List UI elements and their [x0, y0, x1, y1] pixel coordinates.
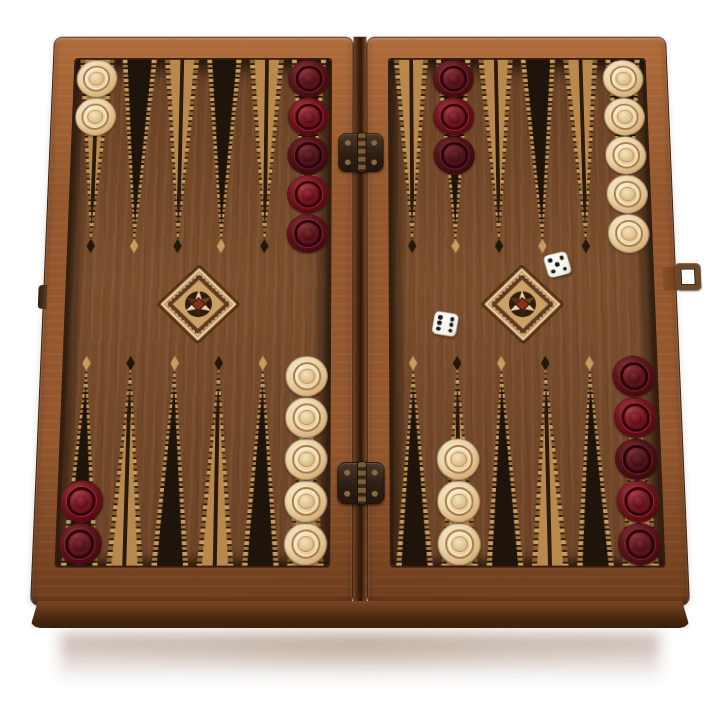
checker-black[interactable]	[434, 136, 476, 175]
checker-stack-13	[601, 60, 651, 258]
points-row-top-right	[390, 60, 652, 258]
checker-stack-10	[523, 351, 573, 565]
latch-buckle-icon	[662, 263, 702, 294]
checker-black[interactable]	[59, 480, 104, 522]
point-cell-7	[391, 351, 437, 565]
checker-black[interactable]	[613, 397, 657, 438]
medallion-face	[496, 280, 548, 329]
checker-black[interactable]	[616, 480, 661, 522]
checker-white[interactable]	[437, 438, 481, 480]
checker-stack-12	[611, 351, 663, 565]
checker-black[interactable]	[615, 438, 660, 480]
point-cell-24	[69, 60, 119, 258]
medallion-left	[157, 266, 239, 344]
case-front-edge	[30, 601, 690, 628]
point-cell-15	[517, 60, 565, 258]
point-cell-14	[559, 60, 608, 258]
points-row-bottom-left	[57, 351, 329, 565]
checker-stack-6	[283, 351, 329, 565]
checker-white[interactable]	[437, 523, 481, 566]
point-cell-12	[611, 351, 663, 565]
checker-black[interactable]	[433, 98, 475, 136]
buckle-loop	[675, 263, 702, 290]
point-cell-5	[238, 351, 285, 565]
checker-white[interactable]	[284, 480, 328, 522]
checker-white[interactable]	[285, 356, 328, 397]
checker-stack-19	[286, 60, 330, 258]
medallion-right	[481, 266, 563, 344]
checker-stack-15	[517, 60, 565, 258]
hinge-knuckle	[357, 132, 366, 172]
checker-stack-14	[559, 60, 608, 258]
checker-stack-23	[112, 60, 161, 258]
point-cell-13	[601, 60, 651, 258]
point-cell-16	[474, 60, 521, 258]
checker-stack-20	[242, 60, 287, 258]
checker-stack-17	[432, 60, 477, 258]
point-cell-21	[199, 60, 246, 258]
checker-white[interactable]	[605, 136, 648, 175]
checker-black[interactable]	[287, 136, 329, 175]
checker-white[interactable]	[284, 438, 327, 480]
center-seam	[353, 37, 367, 606]
checker-stack-21	[199, 60, 246, 258]
points-row-top-left	[69, 60, 331, 258]
checker-stack-5	[238, 351, 285, 565]
checker-black[interactable]	[288, 98, 330, 136]
backgammon-board	[30, 37, 690, 606]
checker-black[interactable]	[433, 60, 475, 98]
hinge-knuckle	[357, 461, 367, 505]
checker-white[interactable]	[607, 214, 650, 254]
table-reflection	[60, 632, 660, 694]
board-half-left	[30, 37, 354, 606]
point-cell-18	[390, 60, 434, 258]
field-right	[390, 60, 664, 566]
point-cell-3	[147, 351, 197, 565]
checker-black[interactable]	[287, 175, 329, 214]
checker-black[interactable]	[617, 523, 662, 566]
checker-black[interactable]	[288, 60, 329, 98]
point-cell-1	[57, 351, 109, 565]
checker-black[interactable]	[57, 523, 102, 566]
hinge-top-icon	[338, 133, 383, 172]
point-cell-6	[283, 351, 329, 565]
latch-pin-icon	[38, 285, 48, 309]
point-cell-4	[192, 351, 241, 565]
point-cell-22	[156, 60, 204, 258]
field-left	[57, 60, 331, 566]
checker-stack-24	[69, 60, 119, 258]
checker-stack-11	[567, 351, 618, 565]
point-cell-11	[567, 351, 618, 565]
board-half-right	[366, 37, 690, 606]
point-cell-19	[286, 60, 330, 258]
points-row-bottom-right	[391, 351, 663, 565]
checker-stack-1	[57, 351, 109, 565]
checker-white[interactable]	[603, 98, 646, 136]
checker-stack-16	[474, 60, 521, 258]
hinge-bottom-icon	[337, 462, 384, 504]
medallion-face	[172, 280, 224, 329]
checker-black[interactable]	[612, 356, 656, 397]
checker-white[interactable]	[74, 98, 117, 136]
checker-stack-22	[156, 60, 204, 258]
checker-stack-2	[102, 351, 153, 565]
point-cell-10	[523, 351, 573, 565]
checker-stack-3	[147, 351, 197, 565]
checker-stack-8	[435, 351, 482, 565]
checker-white[interactable]	[76, 60, 118, 98]
photo-scene	[0, 0, 720, 720]
point-cell-17	[432, 60, 477, 258]
checker-black[interactable]	[287, 214, 329, 254]
checker-stack-9	[479, 351, 528, 565]
checker-stack-4	[192, 351, 241, 565]
checker-white[interactable]	[284, 523, 328, 566]
point-cell-23	[112, 60, 161, 258]
checker-white[interactable]	[285, 397, 328, 438]
checker-white[interactable]	[437, 480, 481, 522]
checker-stack-18	[390, 60, 434, 258]
checker-stack-7	[391, 351, 437, 565]
checker-white[interactable]	[606, 175, 649, 214]
point-cell-8	[435, 351, 482, 565]
checker-white[interactable]	[602, 60, 644, 98]
point-cell-9	[479, 351, 528, 565]
board-wrap	[30, 0, 690, 606]
point-cell-2	[102, 351, 153, 565]
point-cell-20	[242, 60, 287, 258]
